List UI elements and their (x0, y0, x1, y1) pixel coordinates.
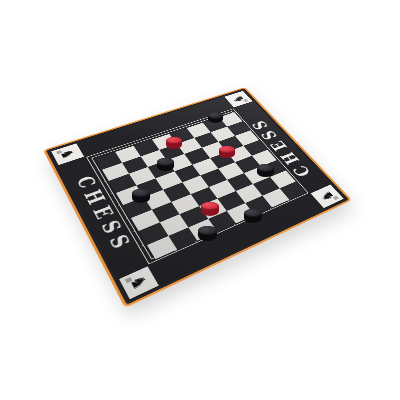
checker-piece-black[interactable] (257, 164, 274, 177)
checker-piece-black[interactable] (132, 189, 150, 203)
corner-square-top-left: ♞ (51, 143, 84, 165)
piece-top (157, 158, 174, 166)
mat-fabric: ♞ ♞ ♞ ♞ CHESS (46, 88, 349, 304)
piece-top (208, 112, 223, 119)
checker-piece-black[interactable] (198, 226, 217, 241)
checker-piece-red[interactable] (219, 146, 235, 158)
corner-square-top-right: ♞ (224, 91, 252, 107)
corner-square-bottom-left: ♞ (119, 266, 159, 299)
game-mat-wrapper: ♞ ♞ ♞ ♞ CHESS (0, 0, 400, 400)
product-photo-stage: ♞ ♞ ♞ ♞ CHESS (0, 0, 400, 400)
piece-top (257, 164, 274, 172)
corner-mini-square (243, 99, 248, 102)
checker-piece-black[interactable] (244, 209, 262, 223)
knight-icon: ♞ (127, 273, 151, 292)
checker-piece-black[interactable] (157, 158, 174, 171)
corner-square-bottom-right: ♞ (311, 185, 344, 209)
piece-top (198, 226, 217, 235)
game-mat: ♞ ♞ ♞ ♞ CHESS (43, 87, 352, 308)
checker-piece-black[interactable] (208, 112, 223, 123)
checker-piece-red[interactable] (201, 202, 219, 216)
checker-piece-red[interactable] (166, 137, 182, 149)
